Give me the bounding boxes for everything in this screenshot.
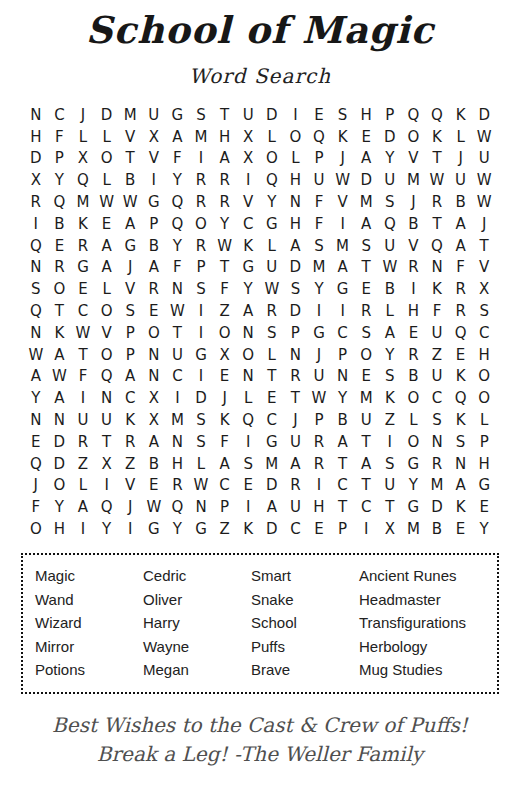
grid-cell: T <box>284 387 308 409</box>
grid-cell: L <box>189 453 213 475</box>
grid-cell: P <box>213 496 237 518</box>
grid-cell: S <box>189 278 213 300</box>
grid-cell: N <box>48 409 72 431</box>
grid-cell: L <box>71 475 95 497</box>
grid-cell: S <box>354 235 378 257</box>
grid-cell: W <box>166 300 190 322</box>
grid-cell: A <box>260 496 284 518</box>
grid-cell: A <box>449 213 473 235</box>
grid-cell: Y <box>236 278 260 300</box>
grid-cell: K <box>236 235 260 257</box>
grid-cell: M <box>307 257 331 279</box>
grid-cell: A <box>142 431 166 453</box>
grid-cell: B <box>449 191 473 213</box>
grid-cell: Q <box>71 169 95 191</box>
grid-cell: Y <box>24 387 48 409</box>
word-item: Oliver <box>143 588 251 612</box>
grid-cell: Z <box>71 453 95 475</box>
word-search-grid: NCJDMUGSTUDIESHPQQKDHFLLVXAMHXLOQKEDOKLW… <box>24 104 496 540</box>
grid-cell: G <box>331 278 355 300</box>
grid-cell: P <box>142 213 166 235</box>
grid-cell: A <box>71 496 95 518</box>
grid-cell: E <box>142 475 166 497</box>
grid-cell: X <box>213 344 237 366</box>
grid-cell: O <box>236 344 260 366</box>
grid-cell: I <box>166 387 190 409</box>
grid-cell: U <box>472 148 496 170</box>
grid-cell: O <box>95 344 119 366</box>
word-search-page: School of Magic Word Search NCJDMUGSTUDI… <box>0 0 520 769</box>
grid-cell: C <box>284 518 308 540</box>
grid-cell: R <box>142 278 166 300</box>
grid-cell: Y <box>378 344 402 366</box>
grid-cell: C <box>213 475 237 497</box>
grid-cell: D <box>189 387 213 409</box>
grid-cell: Y <box>166 235 190 257</box>
grid-cell: W <box>95 191 119 213</box>
grid-cell: N <box>425 257 449 279</box>
grid-cell: A <box>48 344 72 366</box>
grid-cell: F <box>213 278 237 300</box>
grid-cell: E <box>236 475 260 497</box>
grid-cell: U <box>425 322 449 344</box>
grid-cell: K <box>71 213 95 235</box>
grid-cell: D <box>48 453 72 475</box>
grid-cell: S <box>189 409 213 431</box>
grid-cell: T <box>118 148 142 170</box>
grid-cell: W <box>142 496 166 518</box>
grid-cell: E <box>354 278 378 300</box>
grid-cell: L <box>95 278 119 300</box>
grid-cell: K <box>331 126 355 148</box>
grid-cell: F <box>425 300 449 322</box>
grid-cell: E <box>142 300 166 322</box>
grid-cell: X <box>142 126 166 148</box>
grid-cell: M <box>189 126 213 148</box>
grid-cell: U <box>425 366 449 388</box>
grid-cell: S <box>472 300 496 322</box>
grid-cell: N <box>24 409 48 431</box>
grid-cell: R <box>71 235 95 257</box>
grid-cell: A <box>284 235 308 257</box>
grid-cell: T <box>425 148 449 170</box>
grid-cell: W <box>24 344 48 366</box>
grid-cell: I <box>378 431 402 453</box>
grid-cell: I <box>71 518 95 540</box>
grid-cell: F <box>166 148 190 170</box>
word-item: Cedric <box>143 564 251 588</box>
grid-cell: Q <box>307 126 331 148</box>
grid-cell: V <box>118 126 142 148</box>
grid-cell: K <box>118 409 142 431</box>
grid-cell: Z <box>213 518 237 540</box>
grid-cell: U <box>71 409 95 431</box>
grid-cell: O <box>24 518 48 540</box>
grid-cell: C <box>166 366 190 388</box>
grid-cell: R <box>425 191 449 213</box>
grid-cell: Q <box>378 213 402 235</box>
grid-cell: N <box>24 257 48 279</box>
grid-cell: Z <box>118 453 142 475</box>
grid-cell: A <box>95 235 119 257</box>
grid-cell: K <box>425 278 449 300</box>
grid-cell: O <box>472 387 496 409</box>
grid-cell: Q <box>24 235 48 257</box>
grid-cell: W <box>189 475 213 497</box>
word-item: School <box>251 611 359 635</box>
grid-cell: W <box>48 366 72 388</box>
grid-cell: J <box>307 344 331 366</box>
grid-cell: S <box>425 409 449 431</box>
grid-cell: F <box>449 257 473 279</box>
grid-cell: A <box>118 366 142 388</box>
grid-cell: T <box>213 257 237 279</box>
word-bank-column: MagicWandWizardMirrorPotions <box>35 564 143 682</box>
grid-cell: S <box>449 431 473 453</box>
grid-cell: I <box>402 278 426 300</box>
grid-cell: I <box>118 518 142 540</box>
grid-cell: H <box>284 213 308 235</box>
grid-cell: C <box>331 322 355 344</box>
grid-cell: L <box>284 148 308 170</box>
footer-line-1: Best Wishes to the Cast & Crew of Puffs! <box>0 711 520 740</box>
grid-cell: B <box>402 213 426 235</box>
grid-cell: K <box>449 496 473 518</box>
grid-cell: E <box>95 213 119 235</box>
grid-cell: S <box>24 278 48 300</box>
grid-cell: I <box>189 300 213 322</box>
grid-cell: V <box>118 475 142 497</box>
grid-cell: R <box>24 191 48 213</box>
grid-cell: P <box>307 409 331 431</box>
word-item: Wand <box>35 588 143 612</box>
grid-cell: W <box>472 126 496 148</box>
grid-cell: G <box>236 257 260 279</box>
grid-cell: M <box>118 104 142 126</box>
grid-cell: V <box>472 257 496 279</box>
grid-cell: U <box>166 344 190 366</box>
grid-cell: R <box>71 431 95 453</box>
grid-cell: Q <box>95 496 119 518</box>
grid-cell: Y <box>166 518 190 540</box>
grid-cell: G <box>166 104 190 126</box>
grid-cell: J <box>331 148 355 170</box>
grid-cell: V <box>118 278 142 300</box>
grid-cell: T <box>354 475 378 497</box>
grid-cell: F <box>307 213 331 235</box>
grid-cell: M <box>260 453 284 475</box>
grid-cell: Y <box>378 148 402 170</box>
grid-cell: G <box>402 453 426 475</box>
grid-cell: Y <box>48 169 72 191</box>
grid-cell: Y <box>48 496 72 518</box>
grid-cell: I <box>189 148 213 170</box>
grid-cell: C <box>48 104 72 126</box>
grid-cell: A <box>331 431 355 453</box>
grid-cell: P <box>378 104 402 126</box>
grid-cell: W <box>472 191 496 213</box>
word-item: Transfigurations <box>359 611 497 635</box>
grid-cell: T <box>354 257 378 279</box>
word-item: Magic <box>35 564 143 588</box>
grid-cell: X <box>472 278 496 300</box>
grid-cell: G <box>307 322 331 344</box>
grid-cell: S <box>378 191 402 213</box>
word-item: Puffs <box>251 635 359 659</box>
grid-cell: Y <box>402 475 426 497</box>
grid-cell: M <box>402 169 426 191</box>
grid-cell: I <box>236 169 260 191</box>
grid-cell: E <box>307 104 331 126</box>
grid-cell: D <box>284 257 308 279</box>
grid-cell: Y <box>307 278 331 300</box>
grid-cell: E <box>48 235 72 257</box>
grid-cell: H <box>166 453 190 475</box>
grid-cell: V <box>331 191 355 213</box>
grid-cell: G <box>142 518 166 540</box>
grid-cell: A <box>354 453 378 475</box>
grid-cell: O <box>472 366 496 388</box>
grid-cell: F <box>166 257 190 279</box>
grid-cell: D <box>260 518 284 540</box>
grid-cell: E <box>402 322 426 344</box>
grid-cell: V <box>236 191 260 213</box>
grid-cell: M <box>354 387 378 409</box>
grid-cell: J <box>24 475 48 497</box>
grid-cell: R <box>284 475 308 497</box>
grid-cell: R <box>189 191 213 213</box>
grid-cell: L <box>402 409 426 431</box>
grid-cell: X <box>71 148 95 170</box>
grid-cell: O <box>213 322 237 344</box>
grid-cell: V <box>402 235 426 257</box>
grid-cell: O <box>142 322 166 344</box>
grid-cell: U <box>307 366 331 388</box>
grid-cell: I <box>307 300 331 322</box>
word-bank-column: SmartSnakeSchoolPuffsBrave <box>251 564 359 682</box>
grid-cell: G <box>118 235 142 257</box>
grid-cell: O <box>402 387 426 409</box>
grid-cell: O <box>402 126 426 148</box>
grid-cell: U <box>378 235 402 257</box>
grid-cell: T <box>95 431 119 453</box>
grid-cell: T <box>48 300 72 322</box>
grid-cell: T <box>260 366 284 388</box>
grid-cell: W <box>260 278 284 300</box>
grid-cell: A <box>354 213 378 235</box>
grid-cell: Z <box>213 300 237 322</box>
grid-cell: A <box>378 322 402 344</box>
grid-cell: I <box>331 300 355 322</box>
grid-cell: R <box>260 300 284 322</box>
grid-cell: R <box>48 257 72 279</box>
grid-cell: L <box>260 126 284 148</box>
grid-cell: C <box>425 387 449 409</box>
grid-cell: Y <box>260 191 284 213</box>
word-item: Snake <box>251 588 359 612</box>
grid-cell: E <box>71 278 95 300</box>
grid-cell: Q <box>402 104 426 126</box>
word-bank-column: Ancient RunesHeadmasterTransfigurationsH… <box>359 564 497 682</box>
grid-cell: B <box>118 169 142 191</box>
grid-cell: M <box>331 235 355 257</box>
grid-cell: O <box>95 300 119 322</box>
grid-cell: P <box>331 344 355 366</box>
grid-cell: A <box>213 453 237 475</box>
grid-cell: K <box>425 126 449 148</box>
word-item: Headmaster <box>359 588 497 612</box>
grid-cell: A <box>449 475 473 497</box>
word-item: Brave <box>251 658 359 682</box>
grid-cell: J <box>118 257 142 279</box>
grid-cell: F <box>307 191 331 213</box>
grid-cell: Q <box>260 169 284 191</box>
grid-cell: W <box>71 322 95 344</box>
grid-cell: E <box>260 387 284 409</box>
grid-cell: A <box>449 235 473 257</box>
grid-cell: J <box>213 387 237 409</box>
grid-cell: S <box>189 431 213 453</box>
grid-cell: E <box>472 496 496 518</box>
grid-cell: R <box>118 431 142 453</box>
grid-cell: X <box>378 518 402 540</box>
grid-cell: N <box>284 344 308 366</box>
grid-cell: F <box>213 431 237 453</box>
footer-line-2: Break a Leg! -The Weller Family <box>0 740 520 769</box>
grid-cell: N <box>166 278 190 300</box>
grid-cell: S <box>354 322 378 344</box>
grid-cell: K <box>48 322 72 344</box>
grid-cell: W <box>472 169 496 191</box>
grid-cell: R <box>449 278 473 300</box>
word-bank-column: CedricOliverHarryWayneMegan <box>143 564 251 682</box>
grid-cell: E <box>449 518 473 540</box>
grid-cell: D <box>472 104 496 126</box>
grid-cell: O <box>354 344 378 366</box>
grid-cell: O <box>260 148 284 170</box>
grid-cell: U <box>260 257 284 279</box>
grid-cell: N <box>331 366 355 388</box>
grid-cell: B <box>142 235 166 257</box>
grid-cell: J <box>118 496 142 518</box>
grid-cell: T <box>331 453 355 475</box>
grid-cell: P <box>284 322 308 344</box>
grid-cell: G <box>142 191 166 213</box>
grid-cell: T <box>425 213 449 235</box>
grid-cell: H <box>472 344 496 366</box>
grid-cell: D <box>260 475 284 497</box>
grid-cell: M <box>166 409 190 431</box>
grid-cell: H <box>472 453 496 475</box>
grid-cell: C <box>472 322 496 344</box>
grid-cell: P <box>189 257 213 279</box>
word-item: Megan <box>143 658 251 682</box>
grid-cell: Y <box>95 518 119 540</box>
grid-cell: I <box>331 213 355 235</box>
grid-cell: W <box>307 387 331 409</box>
grid-cell: D <box>24 148 48 170</box>
grid-cell: J <box>284 409 308 431</box>
grid-cell: A <box>48 387 72 409</box>
grid-cell: L <box>236 387 260 409</box>
grid-cell: L <box>71 126 95 148</box>
grid-cell: F <box>24 496 48 518</box>
grid-cell: H <box>307 496 331 518</box>
grid-cell: O <box>48 278 72 300</box>
grid-cell: I <box>354 518 378 540</box>
grid-cell: C <box>118 387 142 409</box>
grid-cell: R <box>213 191 237 213</box>
grid-cell: N <box>24 104 48 126</box>
word-item: Mug Studies <box>359 658 497 682</box>
grid-cell: C <box>354 496 378 518</box>
grid-cell: H <box>48 518 72 540</box>
grid-cell: A <box>354 148 378 170</box>
grid-cell: E <box>449 344 473 366</box>
grid-cell: U <box>236 104 260 126</box>
grid-cell: S <box>284 278 308 300</box>
grid-cell: X <box>24 169 48 191</box>
grid-cell: A <box>331 257 355 279</box>
grid-cell: R <box>449 300 473 322</box>
grid-cell: H <box>24 126 48 148</box>
grid-cell: J <box>472 213 496 235</box>
grid-cell: H <box>354 104 378 126</box>
grid-cell: U <box>307 169 331 191</box>
grid-cell: N <box>95 387 119 409</box>
grid-cell: L <box>378 300 402 322</box>
grid-cell: E <box>354 126 378 148</box>
grid-cell: M <box>354 191 378 213</box>
grid-cell: A <box>284 453 308 475</box>
grid-cell: I <box>189 366 213 388</box>
word-item: Wizard <box>35 611 143 635</box>
grid-cell: P <box>118 322 142 344</box>
grid-cell: I <box>307 475 331 497</box>
grid-cell: B <box>331 409 355 431</box>
grid-cell: A <box>213 148 237 170</box>
grid-cell: E <box>307 518 331 540</box>
grid-cell: Q <box>166 213 190 235</box>
grid-cell: S <box>189 104 213 126</box>
grid-cell: S <box>307 235 331 257</box>
grid-cell: L <box>95 169 119 191</box>
grid-cell: Y <box>331 387 355 409</box>
grid-cell: J <box>71 104 95 126</box>
grid-cell: U <box>142 104 166 126</box>
grid-cell: U <box>378 169 402 191</box>
grid-cell: H <box>213 126 237 148</box>
grid-cell: S <box>118 300 142 322</box>
grid-cell: K <box>213 409 237 431</box>
grid-cell: R <box>354 300 378 322</box>
grid-cell: Q <box>24 453 48 475</box>
grid-cell: X <box>142 409 166 431</box>
grid-cell: L <box>449 126 473 148</box>
grid-cell: C <box>71 300 95 322</box>
grid-cell: R <box>307 453 331 475</box>
grid-cell: A <box>118 213 142 235</box>
grid-cell: X <box>95 453 119 475</box>
grid-cell: S <box>378 366 402 388</box>
grid-cell: Q <box>449 322 473 344</box>
grid-cell: U <box>284 431 308 453</box>
grid-cell: D <box>378 126 402 148</box>
grid-cell: R <box>166 475 190 497</box>
word-item: Wayne <box>143 635 251 659</box>
grid-cell: L <box>260 235 284 257</box>
grid-cell: V <box>402 148 426 170</box>
